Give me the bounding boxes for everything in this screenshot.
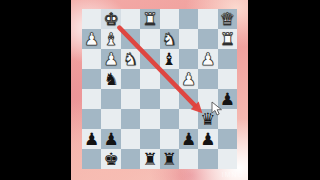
square-d3[interactable]: ♝ [160,49,179,69]
piece-white-knight[interactable]: ♞ [162,29,177,49]
square-f8[interactable] [121,149,140,169]
square-c2[interactable] [179,29,198,49]
piece-black-king[interactable]: ♚ [103,149,118,169]
square-e2[interactable] [140,29,159,49]
letterbox-right [248,0,320,180]
square-b2[interactable] [198,29,217,49]
square-e8[interactable]: ♜ [140,149,159,169]
square-e4[interactable] [140,69,159,89]
video-area: ♚♜♛♟♝♞♜♟♞♝♟♞♟♟♛♟♟♟♟♚♜♜ IMNO [71,0,248,180]
watermark: IMNO [222,171,244,178]
square-h4[interactable] [82,69,101,89]
square-f6[interactable] [121,109,140,129]
piece-black-pawn[interactable]: ♟ [181,129,196,149]
square-a6[interactable] [218,109,237,129]
piece-black-bishop[interactable]: ♝ [162,49,177,69]
piece-white-king[interactable]: ♚ [103,9,118,29]
square-a7[interactable] [218,129,237,149]
piece-black-pawn[interactable]: ♟ [200,129,215,149]
square-f7[interactable] [121,129,140,149]
square-f5[interactable] [121,89,140,109]
square-c6[interactable] [179,109,198,129]
square-g4[interactable]: ♞ [101,69,120,89]
video-frame: ♚♜♛♟♝♞♜♟♞♝♟♞♟♟♛♟♟♟♟♚♜♜ IMNO [0,0,320,180]
square-b7[interactable]: ♟ [198,129,217,149]
square-h6[interactable] [82,109,101,129]
square-f3[interactable]: ♞ [121,49,140,69]
square-b8[interactable] [198,149,217,169]
square-b5[interactable] [198,89,217,109]
piece-white-rook[interactable]: ♜ [142,9,157,29]
piece-black-queen[interactable]: ♛ [200,109,215,129]
square-g8[interactable]: ♚ [101,149,120,169]
piece-white-bishop[interactable]: ♝ [103,29,118,49]
square-a8[interactable] [218,149,237,169]
square-e3[interactable] [140,49,159,69]
letterbox-left [0,0,71,180]
square-e7[interactable] [140,129,159,149]
piece-black-pawn[interactable]: ♟ [84,129,99,149]
square-d6[interactable] [160,109,179,129]
square-f1[interactable] [121,9,140,29]
piece-black-rook[interactable]: ♜ [142,149,157,169]
piece-white-pawn[interactable]: ♟ [181,69,196,89]
square-e1[interactable]: ♜ [140,9,159,29]
chess-board[interactable]: ♚♜♛♟♝♞♜♟♞♝♟♞♟♟♛♟♟♟♟♚♜♜ [82,9,237,169]
square-a5[interactable]: ♟ [218,89,237,109]
square-c7[interactable]: ♟ [179,129,198,149]
square-d4[interactable] [160,69,179,89]
square-a3[interactable] [218,49,237,69]
piece-white-knight[interactable]: ♞ [123,49,138,69]
square-b1[interactable] [198,9,217,29]
square-c5[interactable] [179,89,198,109]
square-d7[interactable] [160,129,179,149]
piece-black-rook[interactable]: ♜ [162,149,177,169]
square-g1[interactable]: ♚ [101,9,120,29]
square-b3[interactable]: ♟ [198,49,217,69]
square-d5[interactable] [160,89,179,109]
square-e6[interactable] [140,109,159,129]
square-c3[interactable] [179,49,198,69]
square-e5[interactable] [140,89,159,109]
square-b4[interactable] [198,69,217,89]
square-f2[interactable] [121,29,140,49]
piece-black-pawn[interactable]: ♟ [103,129,118,149]
square-h2[interactable]: ♟ [82,29,101,49]
square-d2[interactable]: ♞ [160,29,179,49]
square-g7[interactable]: ♟ [101,129,120,149]
square-d8[interactable]: ♜ [160,149,179,169]
square-b6[interactable]: ♛ [198,109,217,129]
square-h1[interactable] [82,9,101,29]
square-c8[interactable] [179,149,198,169]
piece-white-pawn[interactable]: ♟ [103,49,118,69]
square-g5[interactable] [101,89,120,109]
square-a4[interactable] [218,69,237,89]
square-h5[interactable] [82,89,101,109]
piece-white-queen[interactable]: ♛ [220,9,235,29]
square-h3[interactable] [82,49,101,69]
square-g6[interactable] [101,109,120,129]
square-a1[interactable]: ♛ [218,9,237,29]
square-h7[interactable]: ♟ [82,129,101,149]
piece-white-pawn[interactable]: ♟ [84,29,99,49]
square-h8[interactable] [82,149,101,169]
square-g3[interactable]: ♟ [101,49,120,69]
piece-black-pawn[interactable]: ♟ [220,89,235,109]
square-f4[interactable] [121,69,140,89]
square-c4[interactable]: ♟ [179,69,198,89]
piece-white-pawn[interactable]: ♟ [200,49,215,69]
piece-black-knight[interactable]: ♞ [103,69,118,89]
square-g2[interactable]: ♝ [101,29,120,49]
square-d1[interactable] [160,9,179,29]
square-a2[interactable]: ♜ [218,29,237,49]
square-c1[interactable] [179,9,198,29]
piece-white-rook[interactable]: ♜ [220,29,235,49]
